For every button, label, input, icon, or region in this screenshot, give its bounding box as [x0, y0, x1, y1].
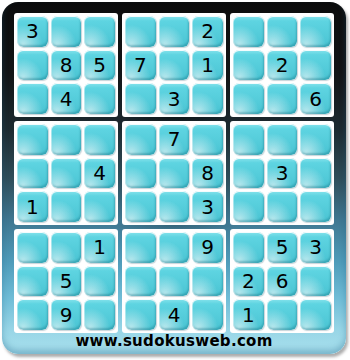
cell-r1c6[interactable]: 2 — [192, 16, 223, 47]
cell-r5c7[interactable] — [233, 158, 264, 189]
cell-r2c8[interactable]: 2 — [267, 50, 298, 81]
cell-r1c5[interactable] — [159, 16, 190, 47]
cell-r4c9[interactable] — [300, 124, 331, 155]
cell-r9c2[interactable]: 9 — [51, 299, 82, 330]
cell-r7c3[interactable]: 1 — [84, 232, 115, 263]
cell-r4c4[interactable] — [125, 124, 156, 155]
cell-r9c1[interactable] — [17, 299, 48, 330]
cell-r9c8[interactable] — [267, 299, 298, 330]
cell-r4c3[interactable] — [84, 124, 115, 155]
cell-r2c7[interactable] — [233, 50, 264, 81]
cell-r9c5[interactable]: 4 — [159, 299, 190, 330]
cell-r3c4[interactable] — [125, 83, 156, 114]
cell-r3c8[interactable] — [267, 83, 298, 114]
cell-r4c5[interactable]: 7 — [159, 124, 190, 155]
cell-r2c1[interactable] — [17, 50, 48, 81]
cell-r6c3[interactable] — [84, 191, 115, 222]
cell-r3c6[interactable] — [192, 83, 223, 114]
cell-r3c2[interactable]: 4 — [51, 83, 82, 114]
box-r1c3: 26 — [230, 13, 334, 117]
cell-r2c3[interactable]: 5 — [84, 50, 115, 81]
cell-r7c9[interactable]: 3 — [300, 232, 331, 263]
cell-r6c7[interactable] — [233, 191, 264, 222]
cell-r3c3[interactable] — [84, 83, 115, 114]
cell-r6c4[interactable] — [125, 191, 156, 222]
cell-r9c6[interactable] — [192, 299, 223, 330]
cell-r6c8[interactable] — [267, 191, 298, 222]
cell-r3c9[interactable]: 6 — [300, 83, 331, 114]
cell-r6c1[interactable]: 1 — [17, 191, 48, 222]
cell-r3c1[interactable] — [17, 83, 48, 114]
cell-r4c1[interactable] — [17, 124, 48, 155]
cell-r1c1[interactable]: 3 — [17, 16, 48, 47]
cell-r6c5[interactable] — [159, 191, 190, 222]
box-r3c1: 159 — [14, 229, 118, 333]
cell-r1c8[interactable] — [267, 16, 298, 47]
cell-r2c4[interactable]: 7 — [125, 50, 156, 81]
cell-r8c3[interactable] — [84, 266, 115, 297]
cell-r4c8[interactable] — [267, 124, 298, 155]
cell-r6c6[interactable]: 3 — [192, 191, 223, 222]
cell-r9c3[interactable] — [84, 299, 115, 330]
box-r1c1: 3854 — [14, 13, 118, 117]
cell-r5c5[interactable] — [159, 158, 190, 189]
cell-r4c6[interactable] — [192, 124, 223, 155]
board-frame: 38542713264178331599453261 www.sudokuswe… — [2, 2, 346, 354]
cell-r2c6[interactable]: 1 — [192, 50, 223, 81]
cell-r7c1[interactable] — [17, 232, 48, 263]
cell-r7c7[interactable] — [233, 232, 264, 263]
cell-r1c7[interactable] — [233, 16, 264, 47]
cell-r3c5[interactable]: 3 — [159, 83, 190, 114]
cell-r2c9[interactable] — [300, 50, 331, 81]
cell-r6c2[interactable] — [51, 191, 82, 222]
cell-r5c9[interactable] — [300, 158, 331, 189]
cell-r9c9[interactable] — [300, 299, 331, 330]
cell-r8c2[interactable]: 5 — [51, 266, 82, 297]
sudoku-widget: 38542713264178331599453261 www.sudokuswe… — [0, 0, 350, 360]
sudoku-board: 38542713264178331599453261 — [14, 13, 334, 333]
cell-r5c2[interactable] — [51, 158, 82, 189]
cell-r5c8[interactable]: 3 — [267, 158, 298, 189]
box-r2c1: 41 — [14, 121, 118, 225]
cell-r7c4[interactable] — [125, 232, 156, 263]
box-r2c2: 783 — [122, 121, 226, 225]
cell-r7c6[interactable]: 9 — [192, 232, 223, 263]
cell-r5c4[interactable] — [125, 158, 156, 189]
cell-r8c5[interactable] — [159, 266, 190, 297]
cell-r3c7[interactable] — [233, 83, 264, 114]
cell-r4c7[interactable] — [233, 124, 264, 155]
cell-r1c2[interactable] — [51, 16, 82, 47]
cell-r6c9[interactable] — [300, 191, 331, 222]
cell-r7c5[interactable] — [159, 232, 190, 263]
cell-r5c3[interactable]: 4 — [84, 158, 115, 189]
cell-r2c5[interactable] — [159, 50, 190, 81]
cell-r8c9[interactable] — [300, 266, 331, 297]
cell-r8c1[interactable] — [17, 266, 48, 297]
site-url-link[interactable]: www.sudokusweb.com — [2, 331, 346, 351]
cell-r2c2[interactable]: 8 — [51, 50, 82, 81]
cell-r5c6[interactable]: 8 — [192, 158, 223, 189]
cell-r8c7[interactable]: 2 — [233, 266, 264, 297]
cell-r1c9[interactable] — [300, 16, 331, 47]
cell-r1c4[interactable] — [125, 16, 156, 47]
box-r3c3: 53261 — [230, 229, 334, 333]
box-r2c3: 3 — [230, 121, 334, 225]
cell-r4c2[interactable] — [51, 124, 82, 155]
cell-r8c6[interactable] — [192, 266, 223, 297]
cell-r9c7[interactable]: 1 — [233, 299, 264, 330]
cell-r5c1[interactable] — [17, 158, 48, 189]
cell-r8c4[interactable] — [125, 266, 156, 297]
cell-r7c8[interactable]: 5 — [267, 232, 298, 263]
cell-r1c3[interactable] — [84, 16, 115, 47]
box-r3c2: 94 — [122, 229, 226, 333]
cell-r9c4[interactable] — [125, 299, 156, 330]
box-r1c2: 2713 — [122, 13, 226, 117]
cell-r8c8[interactable]: 6 — [267, 266, 298, 297]
cell-r7c2[interactable] — [51, 232, 82, 263]
